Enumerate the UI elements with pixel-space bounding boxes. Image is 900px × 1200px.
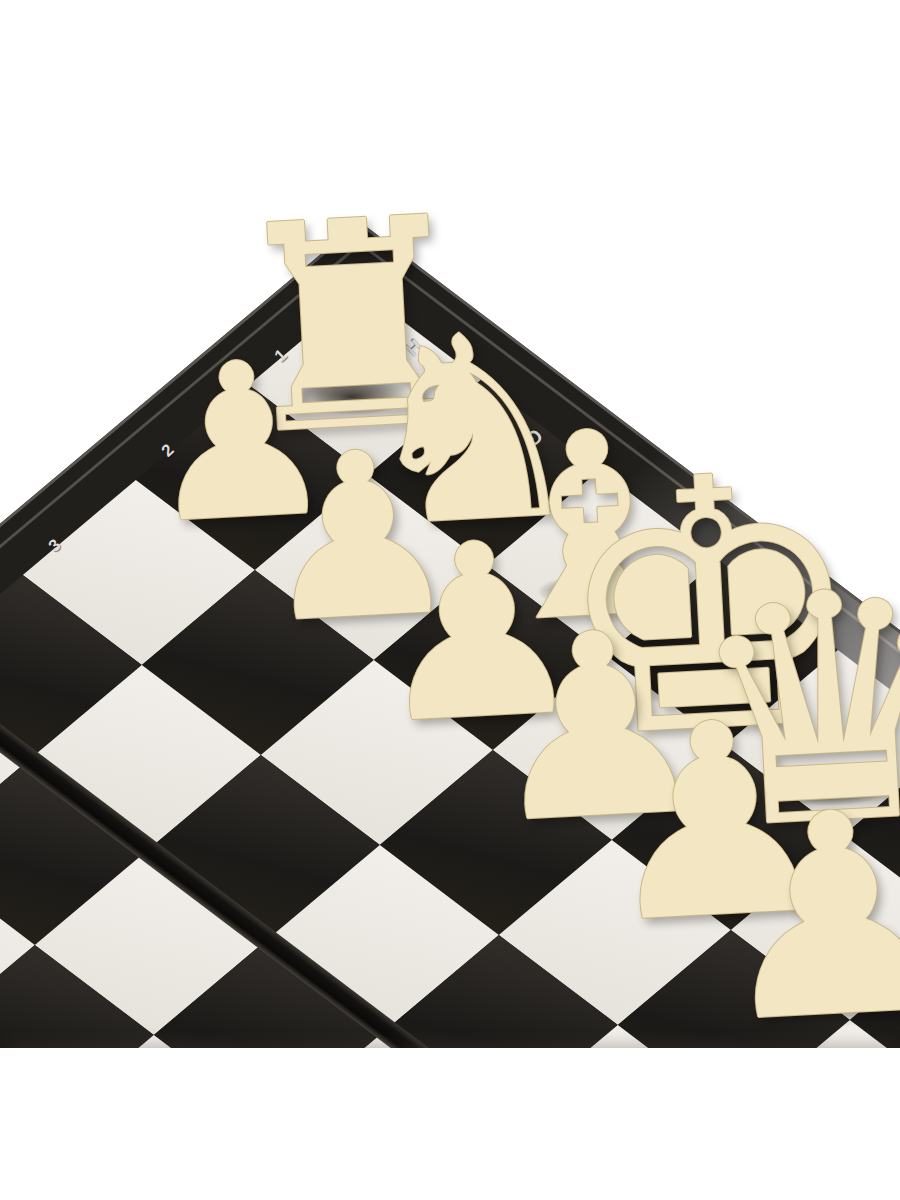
product-photo: 123HGE♜♞♟♝♟♚♟♛♟♟♟ [0,0,900,1200]
photo-bottom-margin [0,1048,900,1200]
